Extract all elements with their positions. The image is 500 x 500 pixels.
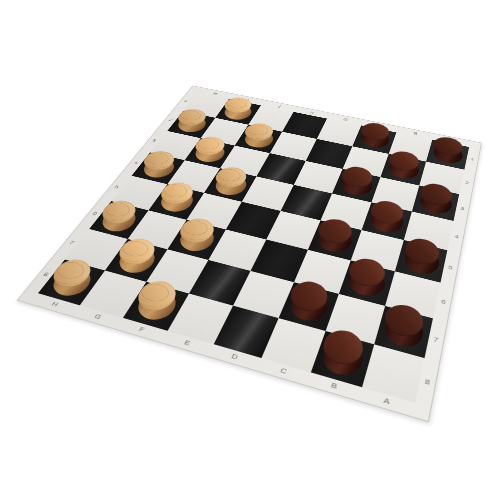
file-label-top: E (309, 111, 314, 115)
rank-label-left: 5 (113, 184, 120, 189)
rank-label-right: 6 (441, 298, 447, 305)
rank-label-right: 2 (465, 180, 469, 185)
rank-label-right: 5 (448, 264, 453, 270)
board-photo: HH11GG22FF33EE44DD55CC66BB77AA88 (0, 0, 500, 500)
file-label-top: H (212, 91, 218, 95)
rank-label-right: 7 (433, 336, 439, 344)
file-label-bottom: D (230, 353, 239, 362)
file-label-bottom: G (93, 313, 103, 321)
rank-label-left: 4 (133, 160, 139, 165)
file-label-top: D (343, 117, 349, 121)
file-label-bottom: F (137, 326, 145, 334)
file-label-bottom: A (383, 397, 391, 406)
rank-label-right: 8 (424, 378, 430, 387)
rank-label-left: 3 (151, 138, 157, 142)
rank-label-left: 6 (92, 211, 99, 216)
file-label-top: B (413, 131, 418, 135)
rank-label-left: 2 (168, 118, 174, 122)
file-label-bottom: C (279, 367, 288, 376)
rank-label-left: 1 (183, 99, 188, 103)
file-label-top: F (276, 104, 281, 108)
rank-label-right: 4 (454, 234, 459, 240)
file-label-bottom: E (183, 339, 192, 347)
file-label-bottom: B (330, 382, 338, 391)
file-label-bottom: H (50, 301, 59, 308)
rank-label-right: 3 (460, 206, 465, 211)
rank-label-left: 8 (42, 271, 50, 278)
rank-label-left: 7 (68, 239, 76, 245)
rank-label-right: 1 (470, 157, 474, 161)
